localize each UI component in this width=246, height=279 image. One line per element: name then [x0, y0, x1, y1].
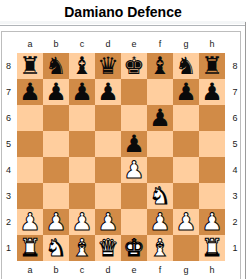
square-e7 — [121, 79, 147, 105]
square-a4 — [17, 157, 43, 183]
square-h8: ♜ — [199, 53, 225, 79]
rank-label-1: 1 — [229, 235, 241, 261]
square-g2: ♟ — [173, 209, 199, 235]
square-g1 — [173, 235, 199, 261]
black-bishop-f8: ♝ — [149, 53, 171, 79]
square-e6 — [121, 105, 147, 131]
rank-label-3: 3 — [229, 183, 241, 209]
rank-label-7: 7 — [229, 79, 241, 105]
square-g4 — [173, 157, 199, 183]
square-a8: ♜ — [17, 53, 43, 79]
square-d3 — [95, 183, 121, 209]
white-bishop-f1: ♝ — [149, 235, 171, 261]
white-bishop-c1: ♝ — [71, 235, 93, 261]
file-label-d: d — [95, 265, 121, 275]
white-pawn-f2: ♟ — [149, 209, 171, 235]
square-h4 — [199, 157, 225, 183]
rank-label-2: 2 — [229, 209, 241, 235]
white-rook-a1: ♜ — [19, 235, 41, 261]
file-label-c: c — [69, 39, 95, 49]
file-label-f: f — [147, 265, 173, 275]
white-pawn-a2: ♟ — [19, 209, 41, 235]
rank-label-5: 5 — [2, 131, 15, 157]
file-label-g: g — [173, 39, 199, 49]
rank-label-7: 7 — [2, 79, 15, 105]
square-b5 — [43, 131, 69, 157]
square-h1: ♜ — [199, 235, 225, 261]
file-label-f: f — [147, 39, 173, 49]
square-g7: ♟ — [173, 79, 199, 105]
file-label-a: a — [17, 39, 43, 49]
square-e2 — [121, 209, 147, 235]
white-pawn-h2: ♟ — [201, 209, 223, 235]
square-h2: ♟ — [199, 209, 225, 235]
square-e3 — [121, 183, 147, 209]
square-b2: ♟ — [43, 209, 69, 235]
white-knight-f3: ♞ — [149, 183, 171, 209]
square-c7: ♟ — [69, 79, 95, 105]
file-label-a: a — [17, 265, 43, 275]
black-pawn-g7: ♟ — [175, 79, 197, 105]
rank-label-3: 3 — [2, 183, 15, 209]
rank-labels-right: 87654321 — [229, 53, 241, 261]
square-c6 — [69, 105, 95, 131]
black-pawn-a7: ♟ — [19, 79, 41, 105]
square-d7: ♟ — [95, 79, 121, 105]
file-label-c: c — [69, 265, 95, 275]
square-a7: ♟ — [17, 79, 43, 105]
black-pawn-b7: ♟ — [45, 79, 67, 105]
square-c4 — [69, 157, 95, 183]
square-d8: ♛ — [95, 53, 121, 79]
black-knight-g8: ♞ — [175, 53, 197, 79]
white-pawn-e4: ♟ — [123, 157, 145, 183]
square-f6: ♟ — [147, 105, 173, 131]
square-f1: ♝ — [147, 235, 173, 261]
square-a1: ♜ — [17, 235, 43, 261]
square-g8: ♞ — [173, 53, 199, 79]
file-label-e: e — [121, 265, 147, 275]
square-b4 — [43, 157, 69, 183]
square-d6 — [95, 105, 121, 131]
square-e4: ♟ — [121, 157, 147, 183]
page: Damiano Defence abcdefgh 87654321 ♜♞♝♛♚♝… — [0, 0, 246, 279]
square-f7 — [147, 79, 173, 105]
square-d4 — [95, 157, 121, 183]
white-pawn-d2: ♟ — [97, 209, 119, 235]
square-c3 — [69, 183, 95, 209]
white-pawn-g2: ♟ — [175, 209, 197, 235]
square-d1: ♛ — [95, 235, 121, 261]
black-king-e8: ♚ — [123, 53, 145, 79]
black-rook-a8: ♜ — [19, 53, 41, 79]
square-a5 — [17, 131, 43, 157]
file-label-h: h — [199, 39, 225, 49]
square-f5 — [147, 131, 173, 157]
square-b3 — [43, 183, 69, 209]
square-b8: ♞ — [43, 53, 69, 79]
black-pawn-d7: ♟ — [97, 79, 119, 105]
square-e8: ♚ — [121, 53, 147, 79]
square-f3: ♞ — [147, 183, 173, 209]
white-knight-b1: ♞ — [45, 235, 67, 261]
rank-label-4: 4 — [2, 157, 15, 183]
square-c5 — [69, 131, 95, 157]
square-g6 — [173, 105, 199, 131]
rank-labels-left: 87654321 — [2, 53, 15, 261]
file-label-h: h — [199, 265, 225, 275]
white-pawn-b2: ♟ — [45, 209, 67, 235]
rank-label-8: 8 — [2, 53, 15, 79]
square-c1: ♝ — [69, 235, 95, 261]
square-d2: ♟ — [95, 209, 121, 235]
square-c8: ♝ — [69, 53, 95, 79]
rank-label-2: 2 — [2, 209, 15, 235]
black-queen-d8: ♛ — [97, 53, 119, 79]
square-g5 — [173, 131, 199, 157]
square-d5 — [95, 131, 121, 157]
file-labels-bottom: abcdefgh — [17, 265, 225, 275]
black-rook-h8: ♜ — [201, 53, 223, 79]
square-h7: ♟ — [199, 79, 225, 105]
page-title: Damiano Defence — [0, 3, 246, 21]
square-h5 — [199, 131, 225, 157]
white-pawn-c2: ♟ — [71, 209, 93, 235]
rank-label-1: 1 — [2, 235, 15, 261]
rank-label-6: 6 — [2, 105, 15, 131]
square-b1: ♞ — [43, 235, 69, 261]
file-label-b: b — [43, 39, 69, 49]
square-a3 — [17, 183, 43, 209]
square-g3 — [173, 183, 199, 209]
square-b6 — [43, 105, 69, 131]
file-label-d: d — [95, 39, 121, 49]
black-pawn-e5: ♟ — [123, 131, 145, 157]
square-h3 — [199, 183, 225, 209]
rank-label-5: 5 — [229, 131, 241, 157]
header-band — [0, 21, 246, 24]
square-a2: ♟ — [17, 209, 43, 235]
file-label-g: g — [173, 265, 199, 275]
chess-board: ♜♞♝♛♚♝♞♜♟♟♟♟♟♟♟♟♟♞♟♟♟♟♟♟♟♜♞♝♛♚♝♜ — [17, 53, 225, 261]
file-labels-top: abcdefgh — [17, 39, 225, 49]
square-e1: ♚ — [121, 235, 147, 261]
black-knight-b8: ♞ — [45, 53, 67, 79]
square-e5: ♟ — [121, 131, 147, 157]
rank-label-6: 6 — [229, 105, 241, 131]
white-rook-h1: ♜ — [201, 235, 223, 261]
title-divider — [0, 25, 246, 26]
board-diagram: abcdefgh 87654321 ♜♞♝♛♚♝♞♜♟♟♟♟♟♟♟♟♟♞♟♟♟♟… — [1, 31, 241, 279]
square-f8: ♝ — [147, 53, 173, 79]
black-pawn-c7: ♟ — [71, 79, 93, 105]
square-h6 — [199, 105, 225, 131]
square-a6 — [17, 105, 43, 131]
square-b7: ♟ — [43, 79, 69, 105]
black-bishop-c8: ♝ — [71, 53, 93, 79]
file-label-b: b — [43, 265, 69, 275]
square-f4 — [147, 157, 173, 183]
white-queen-d1: ♛ — [97, 235, 119, 261]
rank-label-4: 4 — [229, 157, 241, 183]
black-pawn-f6: ♟ — [149, 105, 171, 131]
outer-right-border — [245, 22, 246, 279]
black-pawn-h7: ♟ — [201, 79, 223, 105]
square-c2: ♟ — [69, 209, 95, 235]
file-label-e: e — [121, 39, 147, 49]
white-king-e1: ♚ — [123, 235, 145, 261]
rank-label-8: 8 — [229, 53, 241, 79]
square-f2: ♟ — [147, 209, 173, 235]
